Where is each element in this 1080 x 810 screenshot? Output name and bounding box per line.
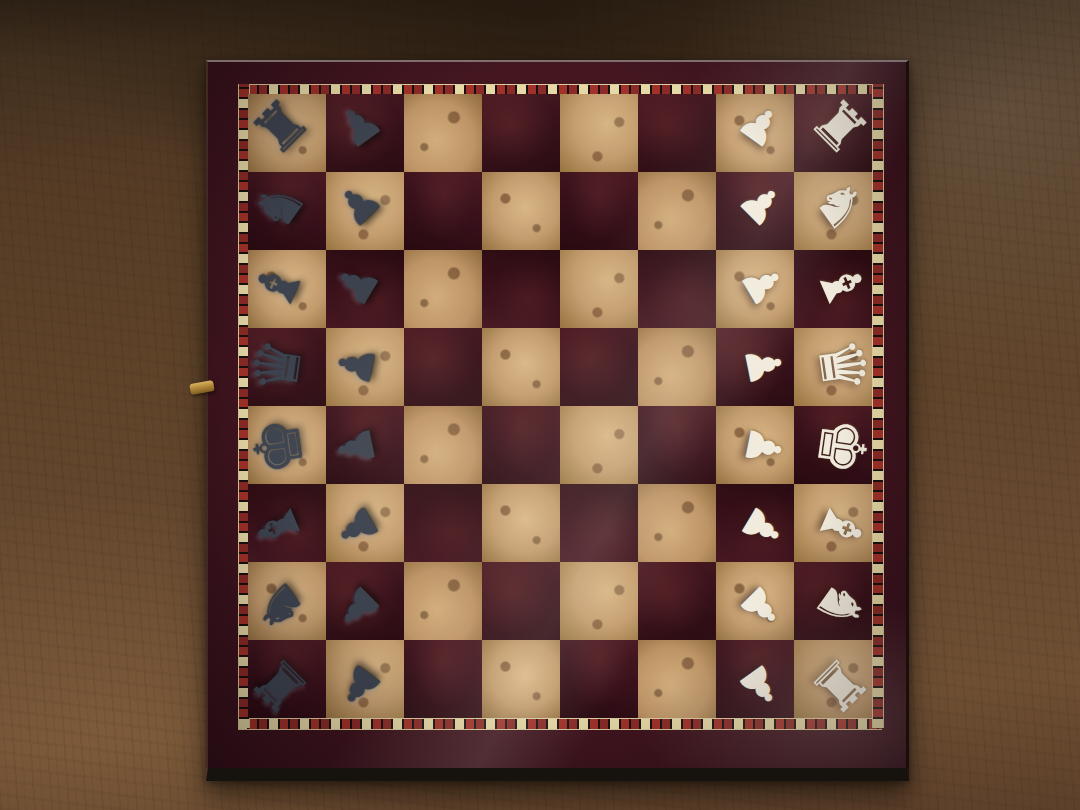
square-c5[interactable] [482,250,560,328]
piece-white-pawn-d2[interactable]: ♟ [737,341,790,390]
piece-black-pawn-d7[interactable]: ♟ [330,341,383,390]
piece-black-bishop-f8[interactable]: ♝ [244,494,313,560]
square-c8[interactable]: ♝ [248,250,326,328]
piece-black-knight-g8[interactable]: ♞ [244,571,316,642]
square-b2[interactable]: ♟ [716,172,794,250]
square-e4[interactable] [560,406,638,484]
square-c1[interactable]: ♝ [794,250,872,328]
square-h6[interactable] [404,640,482,718]
square-d5[interactable] [482,328,560,406]
piece-black-queen-d8[interactable]: ♛ [243,334,312,398]
square-h5[interactable] [482,640,560,718]
square-e8[interactable]: ♚ [248,406,326,484]
piece-white-pawn-f2[interactable]: ♟ [732,498,793,557]
square-g4[interactable] [560,562,638,640]
piece-white-bishop-c1[interactable]: ♝ [807,253,876,319]
square-a7[interactable]: ♟ [326,94,404,172]
square-g5[interactable] [482,562,560,640]
square-g8[interactable]: ♞ [248,562,326,640]
square-a6[interactable] [404,94,482,172]
square-g7[interactable]: ♟ [326,562,404,640]
piece-white-pawn-c2[interactable]: ♟ [732,255,793,314]
chess-board: ♜♟♟♜♞♟♟♞♝♟♟♝♛♟♟♛♚♟♟♚♝♟♟♝♞♟♟♞♜♟♟♜ [206,60,909,781]
square-b3[interactable] [638,172,716,250]
square-a5[interactable] [482,94,560,172]
piece-black-pawn-g7[interactable]: ♟ [328,577,390,639]
piece-black-bishop-c8[interactable]: ♝ [244,253,313,319]
square-d6[interactable] [404,328,482,406]
square-f3[interactable] [638,484,716,562]
square-e2[interactable]: ♟ [716,406,794,484]
square-d2[interactable]: ♟ [716,328,794,406]
piece-white-queen-d1[interactable]: ♛ [807,334,876,398]
square-a8[interactable]: ♜ [248,94,326,172]
square-d3[interactable] [638,328,716,406]
square-b1[interactable]: ♞ [794,172,872,250]
square-c2[interactable]: ♟ [716,250,794,328]
square-d7[interactable]: ♟ [326,328,404,406]
square-b4[interactable] [560,172,638,250]
square-a4[interactable] [560,94,638,172]
piece-white-bishop-f1[interactable]: ♝ [807,494,876,560]
piece-white-rook-a1[interactable]: ♜ [800,88,878,166]
square-f8[interactable]: ♝ [248,484,326,562]
square-f2[interactable]: ♟ [716,484,794,562]
square-d8[interactable]: ♛ [248,328,326,406]
square-b6[interactable] [404,172,482,250]
square-e5[interactable] [482,406,560,484]
piece-white-knight-b1[interactable]: ♞ [804,170,876,241]
square-c3[interactable] [638,250,716,328]
piece-white-pawn-h2[interactable]: ♟ [730,656,790,717]
square-b5[interactable] [482,172,560,250]
square-h2[interactable]: ♟ [716,640,794,718]
marquetry-border-bottom [238,718,882,730]
piece-white-pawn-e2[interactable]: ♟ [737,422,790,471]
piece-black-knight-b8[interactable]: ♞ [244,170,316,241]
square-g6[interactable] [404,562,482,640]
square-f4[interactable] [560,484,638,562]
square-c4[interactable] [560,250,638,328]
square-e1[interactable]: ♚ [794,406,872,484]
square-b7[interactable]: ♟ [326,172,404,250]
piece-black-rook-a8[interactable]: ♜ [242,88,320,166]
piece-white-knight-g1[interactable]: ♞ [804,571,876,642]
square-g3[interactable] [638,562,716,640]
piece-black-pawn-a7[interactable]: ♟ [330,95,390,156]
piece-white-rook-h1[interactable]: ♜ [800,646,878,724]
square-b8[interactable]: ♞ [248,172,326,250]
piece-white-pawn-a2[interactable]: ♟ [730,95,790,156]
square-f7[interactable]: ♟ [326,484,404,562]
piece-black-pawn-h7[interactable]: ♟ [330,656,390,717]
square-a3[interactable] [638,94,716,172]
piece-black-pawn-c7[interactable]: ♟ [327,255,388,314]
square-e3[interactable] [638,406,716,484]
square-a1[interactable]: ♜ [794,94,872,172]
piece-white-king-e1[interactable]: ♚ [806,413,877,479]
square-d4[interactable] [560,328,638,406]
square-h8[interactable]: ♜ [248,640,326,718]
board-grid: ♜♟♟♜♞♟♟♞♝♟♟♝♛♟♟♛♚♟♟♚♝♟♟♝♞♟♟♞♜♟♟♜ [248,94,872,718]
square-e6[interactable] [404,406,482,484]
piece-white-pawn-g2[interactable]: ♟ [731,577,793,639]
square-c7[interactable]: ♟ [326,250,404,328]
square-h4[interactable] [560,640,638,718]
marquetry-border-right [872,84,884,728]
square-d1[interactable]: ♛ [794,328,872,406]
square-f1[interactable]: ♝ [794,484,872,562]
square-f5[interactable] [482,484,560,562]
piece-black-king-e8[interactable]: ♚ [242,413,313,479]
square-g1[interactable]: ♞ [794,562,872,640]
piece-black-pawn-f7[interactable]: ♟ [327,498,388,557]
square-h3[interactable] [638,640,716,718]
piece-black-pawn-e7[interactable]: ♟ [330,422,383,471]
piece-black-pawn-b7[interactable]: ♟ [328,174,390,236]
square-g2[interactable]: ♟ [716,562,794,640]
square-c6[interactable] [404,250,482,328]
square-h7[interactable]: ♟ [326,640,404,718]
piece-black-rook-h8[interactable]: ♜ [242,646,320,724]
square-e7[interactable]: ♟ [326,406,404,484]
square-h1[interactable]: ♜ [794,640,872,718]
piece-white-pawn-b2[interactable]: ♟ [731,174,793,236]
square-f6[interactable] [404,484,482,562]
square-a2[interactable]: ♟ [716,94,794,172]
